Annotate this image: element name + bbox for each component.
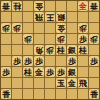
piece-glyph: 歩 bbox=[35, 58, 43, 66]
sente-piece-p[interactable]: 歩 bbox=[56, 67, 66, 77]
square-4-9[interactable] bbox=[56, 89, 67, 99]
sente-piece-p[interactable]: 歩 bbox=[34, 56, 44, 66]
piece-glyph: 歩 bbox=[90, 58, 98, 66]
piece-glyph: 金 bbox=[57, 24, 65, 32]
sente-piece-p[interactable]: 歩 bbox=[89, 56, 99, 66]
square-3-2[interactable] bbox=[67, 12, 78, 23]
sente-piece-n[interactable]: 桂 bbox=[23, 67, 33, 77]
square-8-3[interactable]: 歩 bbox=[12, 23, 23, 34]
gote-piece-p[interactable]: 歩 bbox=[45, 45, 55, 55]
square-7-2[interactable] bbox=[23, 12, 34, 23]
piece-glyph: 歩 bbox=[13, 58, 21, 66]
square-6-6[interactable]: 歩 bbox=[34, 56, 45, 67]
square-6-1[interactable]: 金 bbox=[34, 1, 45, 12]
square-1-8[interactable] bbox=[89, 78, 99, 89]
sente-promoted-piece-s[interactable]: 全 bbox=[78, 1, 88, 11]
piece-glyph: 歩 bbox=[13, 24, 21, 32]
square-8-1[interactable]: 桂 bbox=[12, 1, 23, 12]
sente-piece-p[interactable]: 歩 bbox=[45, 67, 55, 77]
piece-glyph: 桂 bbox=[79, 47, 87, 55]
square-5-8[interactable] bbox=[45, 78, 56, 89]
sente-piece-s[interactable]: 銀 bbox=[67, 45, 77, 55]
piece-glyph: 歩 bbox=[24, 58, 32, 66]
square-9-2[interactable] bbox=[1, 12, 12, 23]
piece-glyph: 歩 bbox=[90, 35, 98, 43]
square-4-3[interactable]: 金 bbox=[56, 23, 67, 34]
square-1-7[interactable] bbox=[89, 67, 99, 78]
square-8-9[interactable] bbox=[12, 89, 23, 99]
square-5-5[interactable]: 歩 bbox=[45, 45, 56, 56]
gote-piece-p[interactable]: 歩 bbox=[89, 34, 99, 44]
piece-glyph: 桂 bbox=[13, 2, 21, 10]
square-1-2[interactable] bbox=[89, 12, 99, 23]
piece-glyph: 銀 bbox=[68, 69, 76, 77]
piece-glyph: 銀 bbox=[57, 13, 65, 21]
square-6-2[interactable]: 飛 bbox=[34, 12, 45, 23]
square-2-2[interactable] bbox=[78, 12, 89, 23]
square-2-8[interactable]: 飛 bbox=[78, 78, 89, 89]
square-8-5[interactable] bbox=[12, 45, 23, 56]
square-7-4[interactable]: 歩 bbox=[23, 34, 34, 45]
square-6-3[interactable] bbox=[34, 23, 45, 34]
gote-piece-k[interactable]: 王 bbox=[45, 12, 55, 22]
piece-glyph: 歩 bbox=[46, 46, 54, 54]
piece-glyph: 金 bbox=[68, 80, 76, 88]
square-2-5[interactable]: 桂 bbox=[78, 45, 89, 56]
square-4-4[interactable]: 歩 bbox=[56, 34, 67, 45]
gote-piece-p[interactable]: 歩 bbox=[23, 34, 33, 44]
square-1-1[interactable]: 香 bbox=[89, 1, 99, 12]
square-7-6[interactable]: 歩 bbox=[23, 56, 34, 67]
square-9-8[interactable] bbox=[1, 78, 12, 89]
square-1-9[interactable]: 香 bbox=[89, 89, 99, 99]
square-9-1[interactable]: 香 bbox=[1, 1, 12, 12]
square-5-7[interactable]: 歩 bbox=[45, 67, 56, 78]
gote-piece-b[interactable]: 角 bbox=[34, 45, 44, 55]
square-7-1[interactable] bbox=[23, 1, 34, 12]
square-5-4[interactable] bbox=[45, 34, 56, 45]
square-4-8[interactable]: 玉 bbox=[56, 78, 67, 89]
square-6-5[interactable]: 角 bbox=[34, 45, 45, 56]
piece-glyph: 香 bbox=[2, 2, 10, 10]
sente-piece-p[interactable]: 歩 bbox=[12, 56, 22, 66]
square-5-3[interactable] bbox=[45, 23, 56, 34]
square-3-4[interactable] bbox=[67, 34, 78, 45]
sente-piece-k[interactable]: 玉 bbox=[56, 78, 66, 88]
gote-piece-l[interactable]: 香 bbox=[89, 1, 99, 11]
gote-piece-r[interactable]: 飛 bbox=[34, 12, 44, 22]
square-7-7[interactable]: 桂 bbox=[23, 67, 34, 78]
gote-piece-p[interactable]: 歩 bbox=[56, 34, 66, 44]
square-6-4[interactable] bbox=[34, 34, 45, 45]
sente-piece-r[interactable]: 飛 bbox=[78, 78, 88, 88]
square-2-4[interactable]: 歩 bbox=[78, 34, 89, 45]
piece-glyph: 歩 bbox=[57, 69, 65, 77]
square-1-4[interactable]: 歩 bbox=[89, 34, 99, 45]
square-8-8[interactable] bbox=[12, 78, 23, 89]
square-1-3[interactable] bbox=[89, 23, 99, 34]
square-3-9[interactable] bbox=[67, 89, 78, 99]
sente-piece-p[interactable]: 歩 bbox=[23, 56, 33, 66]
square-4-7[interactable]: 歩 bbox=[56, 67, 67, 78]
square-9-9[interactable]: 香 bbox=[1, 89, 12, 99]
piece-glyph: 香 bbox=[90, 91, 98, 99]
piece-glyph: 歩 bbox=[79, 24, 87, 32]
piece-glyph: 歩 bbox=[57, 35, 65, 43]
sente-piece-p[interactable]: 歩 bbox=[1, 67, 11, 77]
square-5-1[interactable] bbox=[45, 1, 56, 12]
gote-piece-g[interactable]: 金 bbox=[34, 1, 44, 11]
square-7-3[interactable] bbox=[23, 23, 34, 34]
square-3-3[interactable] bbox=[67, 23, 78, 34]
sente-piece-p[interactable]: 歩 bbox=[67, 56, 77, 66]
square-9-3[interactable]: 歩 bbox=[1, 23, 12, 34]
piece-glyph: 銀 bbox=[68, 47, 76, 55]
square-8-4[interactable] bbox=[12, 34, 23, 45]
square-7-5[interactable] bbox=[23, 45, 34, 56]
square-8-6[interactable]: 歩 bbox=[12, 56, 23, 67]
sente-piece-p[interactable]: 歩 bbox=[78, 34, 88, 44]
piece-glyph: 香 bbox=[90, 2, 98, 10]
square-8-2[interactable] bbox=[12, 12, 23, 23]
gote-piece-s[interactable]: 銀 bbox=[56, 12, 66, 22]
square-9-5[interactable] bbox=[1, 45, 12, 56]
piece-glyph: 全 bbox=[79, 3, 87, 11]
square-6-7[interactable]: 金 bbox=[34, 67, 45, 78]
square-9-7[interactable]: 歩 bbox=[1, 67, 12, 78]
square-5-6[interactable] bbox=[45, 56, 56, 67]
piece-glyph: 飛 bbox=[79, 80, 87, 88]
square-3-7[interactable]: 銀 bbox=[67, 67, 78, 78]
square-6-8[interactable] bbox=[34, 78, 45, 89]
piece-glyph: 桂 bbox=[57, 47, 65, 55]
square-7-9[interactable] bbox=[23, 89, 34, 99]
shogi-app: 香桂金全香飛王銀歩歩金歩歩歩歩歩角歩桂銀桂歩歩歩歩歩歩桂金歩歩銀玉金飛香香 bbox=[0, 0, 100, 100]
gote-piece-n[interactable]: 桂 bbox=[12, 1, 22, 11]
piece-glyph: 香 bbox=[2, 91, 10, 99]
square-3-6[interactable]: 歩 bbox=[67, 56, 78, 67]
square-5-2[interactable]: 王 bbox=[45, 12, 56, 23]
piece-glyph: 桂 bbox=[24, 69, 32, 77]
square-3-5[interactable]: 銀 bbox=[67, 45, 78, 56]
square-6-9[interactable] bbox=[34, 89, 45, 99]
square-2-3[interactable]: 歩 bbox=[78, 23, 89, 34]
square-2-9[interactable] bbox=[78, 89, 89, 99]
square-3-1[interactable] bbox=[67, 1, 78, 12]
piece-glyph: 歩 bbox=[2, 69, 10, 77]
square-2-6[interactable] bbox=[78, 56, 89, 67]
square-4-6[interactable] bbox=[56, 56, 67, 67]
piece-glyph: 飛 bbox=[35, 13, 43, 21]
piece-glyph: 歩 bbox=[46, 69, 54, 77]
sente-piece-g[interactable]: 金 bbox=[67, 78, 77, 88]
sente-piece-s[interactable]: 銀 bbox=[67, 67, 77, 77]
square-1-5[interactable] bbox=[89, 45, 99, 56]
piece-glyph: 角 bbox=[35, 46, 43, 54]
sente-piece-g[interactable]: 金 bbox=[34, 67, 44, 77]
piece-glyph: 金 bbox=[35, 2, 43, 10]
sente-piece-n[interactable]: 桂 bbox=[56, 45, 66, 55]
square-3-8[interactable]: 金 bbox=[67, 78, 78, 89]
gote-piece-p[interactable]: 歩 bbox=[12, 23, 22, 33]
piece-glyph: 金 bbox=[35, 69, 43, 77]
square-4-1[interactable] bbox=[56, 1, 67, 12]
piece-glyph: 歩 bbox=[2, 24, 10, 32]
gote-piece-p[interactable]: 歩 bbox=[1, 23, 11, 33]
gote-piece-g[interactable]: 金 bbox=[56, 23, 66, 33]
square-2-7[interactable] bbox=[78, 67, 89, 78]
square-4-2[interactable]: 銀 bbox=[56, 12, 67, 23]
square-2-1[interactable]: 全 bbox=[78, 1, 89, 12]
square-9-4[interactable] bbox=[1, 34, 12, 45]
sente-piece-l[interactable]: 香 bbox=[1, 89, 11, 99]
piece-glyph: 歩 bbox=[24, 35, 32, 43]
square-9-6[interactable] bbox=[1, 56, 12, 67]
piece-glyph: 王 bbox=[46, 13, 54, 21]
square-1-6[interactable]: 歩 bbox=[89, 56, 99, 67]
piece-glyph: 歩 bbox=[68, 58, 76, 66]
square-7-8[interactable] bbox=[23, 78, 34, 89]
square-4-5[interactable]: 桂 bbox=[56, 45, 67, 56]
gote-piece-p[interactable]: 歩 bbox=[78, 23, 88, 33]
shogi-board: 香桂金全香飛王銀歩歩金歩歩歩歩歩角歩桂銀桂歩歩歩歩歩歩桂金歩歩銀玉金飛香香 bbox=[0, 0, 100, 100]
piece-glyph: 歩 bbox=[79, 36, 87, 44]
sente-piece-n[interactable]: 桂 bbox=[78, 45, 88, 55]
gote-piece-l[interactable]: 香 bbox=[1, 1, 11, 11]
piece-glyph: 玉 bbox=[57, 80, 65, 88]
sente-piece-l[interactable]: 香 bbox=[89, 89, 99, 99]
square-8-7[interactable] bbox=[12, 67, 23, 78]
square-5-9[interactable] bbox=[45, 89, 56, 99]
